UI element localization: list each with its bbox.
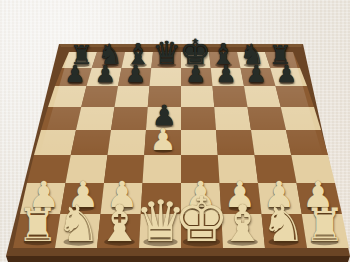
piece-black-pawn-h7[interactable]: ♟ [276, 63, 297, 86]
piece-white-rook-a1[interactable]: ♜ [17, 202, 58, 248]
piece-white-knight-b1[interactable]: ♞ [56, 199, 101, 249]
piece-white-pawn-d4[interactable]: ♟ [150, 125, 177, 155]
piece-black-pawn-c7[interactable]: ♟ [125, 63, 146, 86]
piece-white-knight-g1[interactable]: ♞ [261, 199, 306, 249]
piece-black-pawn-f7[interactable]: ♟ [216, 63, 237, 86]
piece-black-queen-d8[interactable]: ♛ [152, 38, 181, 70]
piece-white-rook-h1[interactable]: ♜ [304, 202, 345, 248]
photo-scene: ♜♞♝♛♚♝♞♜♟♟♟♟♟♟♟♟♟♟♟♟♟♟♟♟♜♞♝♛♚♝♞♜ [0, 0, 350, 262]
piece-black-pawn-b7[interactable]: ♟ [95, 63, 116, 86]
piece-black-pawn-a7[interactable]: ♟ [65, 63, 86, 86]
piece-black-pawn-e7[interactable]: ♟ [186, 63, 207, 86]
piece-black-pawn-g7[interactable]: ♟ [246, 63, 267, 86]
board-frame-front-edge [6, 256, 350, 262]
piece-white-bishop-f1[interactable]: ♝ [220, 198, 266, 249]
